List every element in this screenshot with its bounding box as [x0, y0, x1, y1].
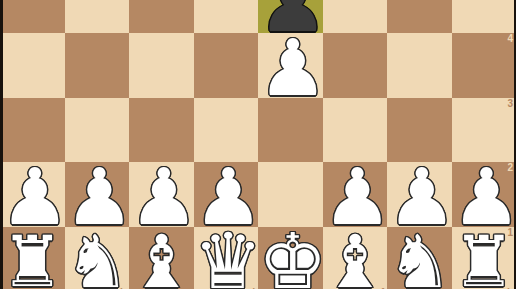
square-d4[interactable]	[194, 33, 259, 98]
square-g5[interactable]	[387, 0, 452, 33]
rank-label-3: 3	[507, 99, 513, 109]
square-g1[interactable]: ♞g	[387, 227, 452, 289]
white-queen-d1[interactable]: ♛	[194, 230, 259, 289]
square-b2[interactable]: ♟	[65, 162, 130, 227]
square-g4[interactable]	[387, 33, 452, 98]
white-rook-h1[interactable]: ♜	[452, 230, 516, 289]
white-knight-g1[interactable]: ♞	[387, 230, 452, 289]
square-h5[interactable]	[452, 0, 516, 33]
square-b5[interactable]	[65, 0, 130, 33]
square-f5[interactable]	[323, 0, 388, 33]
white-bishop-f1[interactable]: ♝	[323, 230, 388, 289]
white-king-e1[interactable]: ♚	[258, 230, 323, 289]
white-pawn-e4[interactable]: ♟	[258, 36, 323, 101]
square-h1[interactable]: ♜1h	[452, 227, 516, 289]
square-e1[interactable]: ♚e	[258, 227, 323, 289]
square-g2[interactable]: ♟	[387, 162, 452, 227]
square-d1[interactable]: ♛d	[194, 227, 259, 289]
white-rook-a1[interactable]: ♜	[0, 230, 65, 289]
square-f1[interactable]: ♝f	[323, 227, 388, 289]
square-b4[interactable]	[65, 33, 130, 98]
rank-label-2: 2	[507, 163, 513, 173]
square-a5[interactable]	[0, 0, 65, 33]
white-knight-b1[interactable]: ♞	[65, 230, 130, 289]
left-edge-bar	[0, 0, 3, 289]
square-b1[interactable]: ♞b	[65, 227, 130, 289]
square-h2[interactable]: ♟2	[452, 162, 516, 227]
square-a2[interactable]: ♟	[0, 162, 65, 227]
square-c1[interactable]: ♝c	[129, 227, 194, 289]
chess-board-viewport: ♟♟43♟♟♟♟♟♟♟2♜a♞b♝c♛d♚e♝f♞g♜1h	[0, 0, 516, 289]
square-c2[interactable]: ♟	[129, 162, 194, 227]
white-bishop-c1[interactable]: ♝	[129, 230, 194, 289]
rank-label-1: 1	[507, 228, 513, 238]
square-e4[interactable]: ♟	[258, 33, 323, 98]
square-f2[interactable]: ♟	[323, 162, 388, 227]
square-c5[interactable]	[129, 0, 194, 33]
board-grid: ♟♟43♟♟♟♟♟♟♟2♜a♞b♝c♛d♚e♝f♞g♜1h	[0, 0, 516, 289]
square-h4[interactable]: 4	[452, 33, 516, 98]
square-a1[interactable]: ♜a	[0, 227, 65, 289]
square-c4[interactable]	[129, 33, 194, 98]
square-a4[interactable]	[0, 33, 65, 98]
square-f4[interactable]	[323, 33, 388, 98]
rank-label-4: 4	[507, 34, 513, 44]
square-d5[interactable]	[194, 0, 259, 33]
square-e3[interactable]	[258, 98, 323, 163]
